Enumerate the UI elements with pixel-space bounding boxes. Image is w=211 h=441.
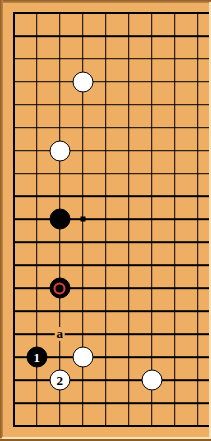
board-intersection <box>186 116 209 139</box>
board-intersection <box>48 300 71 323</box>
board-intersection <box>71 139 94 162</box>
board-intersection <box>186 231 209 254</box>
board-intersection <box>140 300 163 323</box>
board-intersection <box>48 2 71 25</box>
board-intersection: a <box>48 323 71 346</box>
white-stone <box>72 71 93 92</box>
board-intersection <box>25 93 48 116</box>
board-intersection <box>163 369 186 392</box>
board-intersection <box>25 24 48 47</box>
board-intersection <box>2 70 25 93</box>
board-intersection <box>140 116 163 139</box>
board-intersection <box>117 93 140 116</box>
board-intersection <box>140 323 163 346</box>
board-intersection <box>25 391 48 414</box>
board-intersection <box>25 414 48 437</box>
black-stone-move-1: 1 <box>26 347 47 368</box>
board-intersection <box>71 93 94 116</box>
white-stone <box>141 369 162 390</box>
point-label-a: a <box>54 327 65 341</box>
board-intersection <box>94 277 117 300</box>
board-intersection <box>140 231 163 254</box>
board-intersection <box>48 70 71 93</box>
board-intersection <box>71 47 94 70</box>
board-intersection <box>117 277 140 300</box>
board-intersection: 2 <box>48 369 71 392</box>
board-intersection <box>140 369 163 392</box>
board-intersection <box>140 185 163 208</box>
board-intersection <box>186 277 209 300</box>
board-intersection <box>186 391 209 414</box>
board-intersection <box>94 346 117 369</box>
board-intersection <box>140 47 163 70</box>
board-intersection <box>140 139 163 162</box>
board-intersection <box>163 185 186 208</box>
board-intersection <box>186 47 209 70</box>
board-intersection <box>140 70 163 93</box>
board-intersection <box>117 254 140 277</box>
board-intersection <box>163 24 186 47</box>
board-intersection <box>186 2 209 25</box>
board-intersection <box>2 300 25 323</box>
board-intersection <box>2 414 25 437</box>
board-cut-edge <box>209 2 211 439</box>
board-intersection <box>25 231 48 254</box>
board-intersection <box>25 300 48 323</box>
board-intersection <box>186 323 209 346</box>
board-intersection <box>25 70 48 93</box>
board-intersection <box>94 2 117 25</box>
board-intersection <box>186 139 209 162</box>
board-intersection <box>2 277 25 300</box>
board-intersection <box>117 162 140 185</box>
red-circle-marker <box>54 282 66 294</box>
board-intersection <box>140 162 163 185</box>
board-intersection <box>48 162 71 185</box>
board-intersection <box>71 231 94 254</box>
board-intersection <box>186 414 209 437</box>
board-intersection <box>25 185 48 208</box>
board-intersection <box>71 162 94 185</box>
board-intersection <box>2 323 25 346</box>
board-intersection <box>2 254 25 277</box>
board-intersection <box>186 24 209 47</box>
board-intersection <box>25 139 48 162</box>
board-intersection <box>163 277 186 300</box>
board-intersection <box>25 2 48 25</box>
board-intersection <box>71 208 94 231</box>
board-intersection <box>71 346 94 369</box>
board-intersection <box>94 185 117 208</box>
board-intersection <box>186 208 209 231</box>
board-intersection <box>163 391 186 414</box>
board-intersection <box>94 300 117 323</box>
board-intersection <box>117 346 140 369</box>
board-intersection <box>48 414 71 437</box>
board-intersection <box>71 254 94 277</box>
board-intersection <box>94 369 117 392</box>
board-intersection <box>2 162 25 185</box>
board-intersection <box>48 254 71 277</box>
board-intersection <box>25 369 48 392</box>
board-intersection <box>163 300 186 323</box>
board-intersection <box>25 277 48 300</box>
board-intersection <box>163 162 186 185</box>
board-intersection <box>48 208 71 231</box>
board-intersection <box>94 139 117 162</box>
board-intersection <box>2 391 25 414</box>
board-intersection <box>163 139 186 162</box>
black-stone <box>49 278 70 299</box>
board-intersection <box>48 139 71 162</box>
board-intersection <box>2 346 25 369</box>
board-intersection <box>117 208 140 231</box>
board-intersection <box>2 93 25 116</box>
board-intersection <box>71 185 94 208</box>
board-intersection <box>140 414 163 437</box>
board-intersection <box>2 208 25 231</box>
board-intersection <box>163 93 186 116</box>
board-intersection <box>25 323 48 346</box>
board-intersection <box>117 116 140 139</box>
board-intersection <box>186 185 209 208</box>
board-intersection <box>117 391 140 414</box>
board-intersection <box>71 70 94 93</box>
board-intersection <box>2 24 25 47</box>
board-intersection <box>117 139 140 162</box>
board-intersection <box>117 2 140 25</box>
board-intersection <box>2 231 25 254</box>
board-intersection <box>117 70 140 93</box>
board-intersection <box>48 346 71 369</box>
board-intersection <box>48 277 71 300</box>
board-frame-top <box>0 0 211 3</box>
board-intersection <box>25 254 48 277</box>
board-intersection <box>140 93 163 116</box>
white-stone <box>49 140 70 161</box>
board-intersection <box>48 116 71 139</box>
board-intersection <box>117 24 140 47</box>
board-intersection <box>48 231 71 254</box>
board-intersection <box>2 2 25 25</box>
board-intersection <box>140 391 163 414</box>
board-intersection <box>117 300 140 323</box>
board-intersection <box>94 93 117 116</box>
board-intersection <box>163 346 186 369</box>
board-intersection <box>48 391 71 414</box>
board-intersection <box>163 47 186 70</box>
board-intersection <box>186 300 209 323</box>
board-intersection <box>117 323 140 346</box>
board-intersection <box>71 369 94 392</box>
board-intersection <box>2 47 25 70</box>
board-intersection <box>71 277 94 300</box>
board-intersection <box>94 70 117 93</box>
board-intersection <box>94 254 117 277</box>
board-intersection <box>163 116 186 139</box>
board-intersection <box>163 414 186 437</box>
board-intersection <box>163 208 186 231</box>
board-intersection <box>186 162 209 185</box>
board-intersection <box>94 116 117 139</box>
board-intersection <box>117 185 140 208</box>
board-intersection <box>186 369 209 392</box>
board-intersection <box>94 47 117 70</box>
board-intersection <box>186 346 209 369</box>
board-intersection <box>94 24 117 47</box>
board-intersection <box>140 2 163 25</box>
board-intersection <box>71 391 94 414</box>
board-intersection <box>94 231 117 254</box>
board-intersection <box>163 70 186 93</box>
board-intersection <box>117 414 140 437</box>
white-stone-move-2: 2 <box>49 369 70 390</box>
board-intersection <box>94 414 117 437</box>
board-frame-left <box>0 0 3 438</box>
board-intersection <box>117 369 140 392</box>
board-intersection <box>94 391 117 414</box>
board-intersection <box>163 254 186 277</box>
board-intersection <box>117 231 140 254</box>
board-intersection <box>25 208 48 231</box>
star-point-marker <box>80 217 85 222</box>
goban-grid: a12 <box>2 2 209 438</box>
board-intersection <box>186 254 209 277</box>
board-intersection <box>2 139 25 162</box>
white-stone <box>72 347 93 368</box>
black-stone <box>49 209 70 230</box>
board-intersection <box>140 277 163 300</box>
board-intersection <box>71 323 94 346</box>
board-intersection <box>163 231 186 254</box>
board-intersection <box>117 47 140 70</box>
board-intersection <box>71 300 94 323</box>
board-intersection <box>163 2 186 25</box>
board-intersection <box>25 47 48 70</box>
board-intersection <box>140 24 163 47</box>
board-intersection <box>71 414 94 437</box>
board-intersection <box>48 47 71 70</box>
board-intersection <box>71 116 94 139</box>
board-intersection <box>140 254 163 277</box>
board-intersection <box>140 346 163 369</box>
board-intersection <box>25 116 48 139</box>
board-intersection <box>140 208 163 231</box>
board-intersection <box>163 323 186 346</box>
go-diagram: a12 <box>0 0 211 441</box>
board-intersection <box>48 93 71 116</box>
board-intersection <box>94 208 117 231</box>
board-intersection <box>94 162 117 185</box>
board-intersection <box>25 162 48 185</box>
board-intersection: 1 <box>25 346 48 369</box>
board-intersection <box>2 116 25 139</box>
board-intersection <box>71 24 94 47</box>
board-intersection <box>71 2 94 25</box>
board-intersection <box>2 185 25 208</box>
board-intersection <box>48 24 71 47</box>
board-intersection <box>2 369 25 392</box>
board-intersection <box>186 70 209 93</box>
board-intersection <box>94 323 117 346</box>
board-intersection <box>186 93 209 116</box>
board-intersection <box>48 185 71 208</box>
